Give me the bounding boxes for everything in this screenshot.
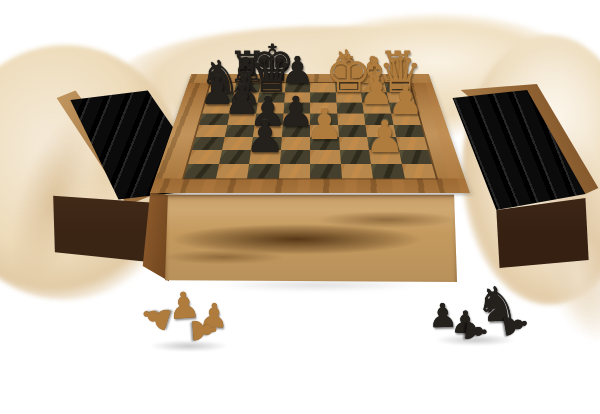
product-photo-stage: ♜♚♟♞♟♜♞♝♛♚♝♛♟♟♟♟♟♟♟♟♟♟ ♟♟♟♟ ♟♟♞♟♟ — [0, 0, 600, 414]
offboard-tan-pieces-group: ♟♟♟♟ — [128, 258, 250, 354]
board-pieces-layer: ♜♚♟♞♟♜♞♝♛♚♝♛♟♟♟♟♟♟♟♟♟♟ — [0, 0, 600, 414]
offboard-black-pawn: ♟ — [460, 318, 490, 345]
chess-piece-P: ♟ — [305, 103, 343, 146]
chess-piece-p: ♟ — [245, 115, 285, 159]
offboard-black-pawn: ♟ — [498, 309, 532, 341]
offboard-tan-pawn: ♟ — [187, 314, 221, 345]
chess-piece-P: ♟ — [365, 115, 405, 159]
offboard-black-pieces-group: ♟♟♞♟♟ — [413, 232, 537, 348]
